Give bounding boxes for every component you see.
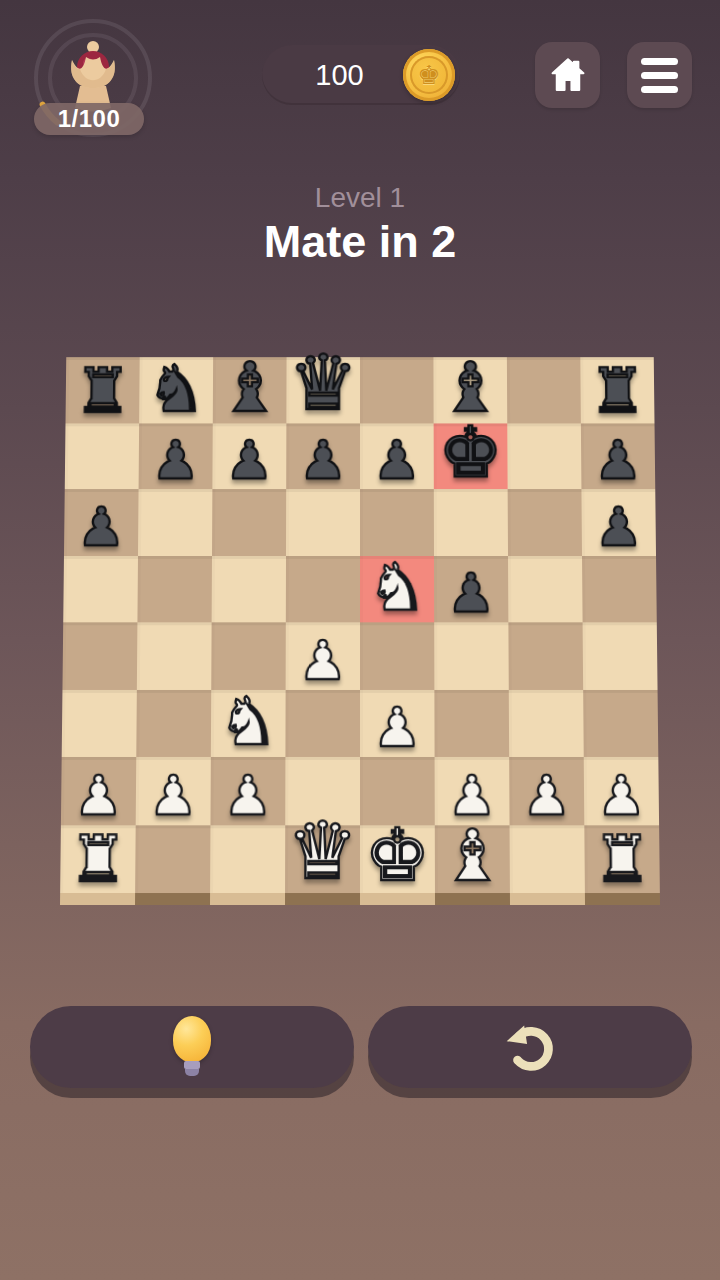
menu-button[interactable]	[627, 42, 692, 108]
piece-black-king-f7[interactable]: ♚	[434, 417, 508, 487]
square-h8[interactable]: ♜	[580, 357, 654, 423]
square-a6[interactable]: ♟	[64, 489, 139, 555]
square-c1[interactable]	[210, 825, 285, 893]
piece-black-pawn-h6[interactable]: ♟	[582, 500, 656, 553]
square-b5[interactable]	[137, 556, 212, 623]
board-edge-segment	[510, 893, 585, 905]
undo-button[interactable]	[368, 1006, 692, 1088]
square-e1[interactable]: ♚	[360, 825, 435, 893]
square-e4[interactable]	[360, 622, 434, 689]
square-g7[interactable]	[507, 423, 581, 489]
piece-white-queen-d1[interactable]: ♛	[285, 812, 360, 891]
square-b1[interactable]	[135, 825, 210, 893]
square-g5[interactable]	[508, 556, 583, 623]
square-f6[interactable]	[434, 489, 508, 555]
piece-black-rook-h8[interactable]: ♜	[580, 360, 654, 421]
square-f5[interactable]: ♟	[434, 556, 508, 623]
square-e7[interactable]: ♟	[360, 423, 434, 489]
square-h1[interactable]: ♜	[584, 825, 660, 893]
square-a1[interactable]: ♜	[60, 825, 136, 893]
home-button[interactable]	[535, 42, 600, 108]
lightbulb-icon	[170, 1016, 214, 1078]
square-d7[interactable]: ♟	[286, 423, 360, 489]
piece-black-pawn-a6[interactable]: ♟	[64, 500, 138, 553]
square-a7[interactable]	[65, 423, 139, 489]
home-icon	[547, 54, 589, 96]
square-d1[interactable]: ♛	[285, 825, 360, 893]
piece-white-pawn-e3[interactable]: ♟	[360, 701, 435, 755]
square-c6[interactable]	[212, 489, 286, 555]
square-g4[interactable]	[508, 622, 583, 689]
square-f7[interactable]: ♚	[434, 423, 508, 489]
square-d3[interactable]	[285, 689, 360, 756]
square-a4[interactable]	[62, 622, 137, 689]
square-a8[interactable]: ♜	[66, 357, 140, 423]
square-b2[interactable]: ♟	[136, 757, 211, 825]
square-c3[interactable]: ♞	[211, 689, 286, 756]
piece-white-knight-e5[interactable]: ♞	[360, 555, 434, 620]
piece-black-pawn-b7[interactable]: ♟	[139, 434, 213, 487]
coin-counter[interactable]: 100 ♚	[262, 45, 460, 105]
square-d4[interactable]: ♟	[286, 622, 360, 689]
square-e6[interactable]	[360, 489, 434, 555]
piece-black-rook-a8[interactable]: ♜	[66, 360, 140, 421]
square-d5[interactable]	[286, 556, 360, 623]
square-d8[interactable]: ♛	[286, 357, 360, 423]
square-f4[interactable]	[434, 622, 509, 689]
piece-white-pawn-a2[interactable]: ♟	[61, 768, 136, 822]
piece-white-pawn-g2[interactable]: ♟	[509, 768, 584, 822]
hint-button[interactable]	[30, 1006, 354, 1088]
square-g6[interactable]	[508, 489, 582, 555]
square-e8[interactable]	[360, 357, 434, 423]
square-e3[interactable]: ♟	[360, 689, 435, 756]
undo-arrow-icon	[495, 1012, 565, 1082]
hamburger-menu-icon	[641, 58, 678, 93]
square-h5[interactable]	[582, 556, 657, 623]
board-edge-segment	[210, 893, 285, 905]
square-b4[interactable]	[137, 622, 212, 689]
square-h6[interactable]: ♟	[581, 489, 656, 555]
level-label: Level 1	[0, 182, 720, 214]
piece-black-knight-b8[interactable]: ♞	[139, 357, 213, 421]
avatar-progress-badge: 1/100	[34, 103, 144, 135]
chess-board[interactable]: ♜♞♝♛♝♜♟♟♟♟♚♟♟♟♞♟♟♞♟♟♟♟♟♟♟♜♛♚♝♜	[60, 357, 660, 905]
square-g2[interactable]: ♟	[509, 757, 584, 825]
piece-black-pawn-h7[interactable]: ♟	[581, 434, 655, 487]
piece-black-pawn-c7[interactable]: ♟	[212, 434, 286, 487]
piece-white-rook-a1[interactable]: ♜	[60, 827, 136, 891]
square-a3[interactable]	[62, 689, 137, 756]
square-b3[interactable]	[136, 689, 211, 756]
piece-black-bishop-c8[interactable]: ♝	[213, 353, 287, 421]
square-h4[interactable]	[583, 622, 658, 689]
square-d6[interactable]	[286, 489, 360, 555]
piece-white-bishop-f1[interactable]: ♝	[435, 820, 510, 891]
piece-black-queen-d8[interactable]: ♛	[286, 345, 360, 421]
square-c8[interactable]: ♝	[213, 357, 287, 423]
square-c4[interactable]	[211, 622, 286, 689]
square-b6[interactable]	[138, 489, 212, 555]
avatar[interactable]: 1/100	[26, 12, 160, 142]
board-front-edge	[60, 893, 660, 905]
square-h2[interactable]: ♟	[584, 757, 659, 825]
square-e5[interactable]: ♞	[360, 556, 434, 623]
square-h7[interactable]: ♟	[581, 423, 655, 489]
piece-white-pawn-d4[interactable]: ♟	[286, 634, 360, 688]
coin-value: 100	[262, 59, 403, 92]
square-g8[interactable]	[507, 357, 581, 423]
piece-white-rook-h1[interactable]: ♜	[584, 827, 660, 891]
square-h3[interactable]	[583, 689, 658, 756]
piece-white-pawn-c2[interactable]: ♟	[210, 768, 285, 822]
square-g3[interactable]	[509, 689, 584, 756]
square-a5[interactable]	[63, 556, 138, 623]
square-c2[interactable]: ♟	[210, 757, 285, 825]
square-b7[interactable]: ♟	[139, 423, 213, 489]
piece-black-pawn-e7[interactable]: ♟	[360, 434, 434, 487]
square-c5[interactable]	[212, 556, 286, 623]
piece-black-pawn-f5[interactable]: ♟	[434, 567, 508, 621]
puzzle-title: Mate in 2	[0, 216, 720, 268]
square-c7[interactable]: ♟	[212, 423, 286, 489]
piece-black-pawn-d7[interactable]: ♟	[286, 434, 360, 487]
square-f3[interactable]	[434, 689, 509, 756]
gold-coin-icon: ♚	[403, 49, 455, 101]
square-f1[interactable]: ♝	[435, 825, 510, 893]
board-edge-segment	[135, 893, 210, 905]
square-g1[interactable]	[510, 825, 585, 893]
piece-white-king-e1[interactable]: ♚	[360, 818, 435, 891]
piece-white-pawn-b2[interactable]: ♟	[136, 768, 211, 822]
square-b8[interactable]: ♞	[139, 357, 213, 423]
piece-white-pawn-h2[interactable]: ♟	[584, 768, 659, 822]
square-a2[interactable]: ♟	[61, 757, 136, 825]
piece-white-knight-c3[interactable]: ♞	[211, 689, 286, 755]
